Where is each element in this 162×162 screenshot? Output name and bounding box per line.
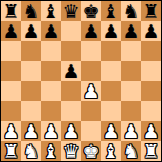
white-pawn[interactable]: ♟ xyxy=(61,121,81,141)
square-c5[interactable] xyxy=(41,61,61,81)
white-king[interactable]: ♚ xyxy=(81,141,101,161)
square-g7[interactable]: ♟ xyxy=(121,21,141,41)
square-a1[interactable]: ♜ xyxy=(1,141,21,161)
square-h4[interactable] xyxy=(141,81,161,101)
square-e6[interactable] xyxy=(81,41,101,61)
square-b7[interactable]: ♟ xyxy=(21,21,41,41)
square-b3[interactable] xyxy=(21,101,41,121)
square-e4[interactable]: ♟ xyxy=(81,81,101,101)
square-f4[interactable] xyxy=(101,81,121,101)
black-queen[interactable]: ♛ xyxy=(61,1,81,21)
square-h6[interactable] xyxy=(141,41,161,61)
square-f1[interactable]: ♝ xyxy=(101,141,121,161)
square-d7[interactable] xyxy=(61,21,81,41)
square-h1[interactable]: ♜ xyxy=(141,141,161,161)
square-d3[interactable] xyxy=(61,101,81,121)
square-e5[interactable] xyxy=(81,61,101,81)
white-pawn[interactable]: ♟ xyxy=(121,121,141,141)
square-c3[interactable] xyxy=(41,101,61,121)
square-g8[interactable]: ♞ xyxy=(121,1,141,21)
square-c6[interactable] xyxy=(41,41,61,61)
square-a7[interactable]: ♟ xyxy=(1,21,21,41)
white-knight[interactable]: ♞ xyxy=(21,141,41,161)
white-rook[interactable]: ♜ xyxy=(141,141,161,161)
square-a4[interactable] xyxy=(1,81,21,101)
black-knight[interactable]: ♞ xyxy=(121,1,141,21)
white-pawn[interactable]: ♟ xyxy=(21,121,41,141)
square-b4[interactable] xyxy=(21,81,41,101)
white-pawn[interactable]: ♟ xyxy=(141,121,161,141)
square-h7[interactable]: ♟ xyxy=(141,21,161,41)
black-rook[interactable]: ♜ xyxy=(1,1,21,21)
square-f5[interactable] xyxy=(101,61,121,81)
chess-board: ♜♞♝♛♚♝♞♜♟♟♟♟♟♟♟♟♟♟♟♟♟♟♟♟♜♞♝♛♚♝♞♜ xyxy=(0,0,162,162)
square-f6[interactable] xyxy=(101,41,121,61)
square-b5[interactable] xyxy=(21,61,41,81)
square-d2[interactable]: ♟ xyxy=(61,121,81,141)
white-bishop[interactable]: ♝ xyxy=(101,141,121,161)
white-queen[interactable]: ♛ xyxy=(61,141,81,161)
square-a3[interactable] xyxy=(1,101,21,121)
square-f2[interactable]: ♟ xyxy=(101,121,121,141)
square-c2[interactable]: ♟ xyxy=(41,121,61,141)
white-pawn[interactable]: ♟ xyxy=(81,81,101,101)
square-b1[interactable]: ♞ xyxy=(21,141,41,161)
square-e8[interactable]: ♚ xyxy=(81,1,101,21)
square-b2[interactable]: ♟ xyxy=(21,121,41,141)
square-g2[interactable]: ♟ xyxy=(121,121,141,141)
square-h5[interactable] xyxy=(141,61,161,81)
square-e2[interactable] xyxy=(81,121,101,141)
square-f3[interactable] xyxy=(101,101,121,121)
square-b6[interactable] xyxy=(21,41,41,61)
white-pawn[interactable]: ♟ xyxy=(41,121,61,141)
square-d4[interactable] xyxy=(61,81,81,101)
square-e1[interactable]: ♚ xyxy=(81,141,101,161)
square-d5[interactable]: ♟ xyxy=(61,61,81,81)
square-b8[interactable]: ♞ xyxy=(21,1,41,21)
square-h3[interactable] xyxy=(141,101,161,121)
square-d6[interactable] xyxy=(61,41,81,61)
square-e3[interactable] xyxy=(81,101,101,121)
square-a5[interactable] xyxy=(1,61,21,81)
black-rook[interactable]: ♜ xyxy=(141,1,161,21)
square-e7[interactable]: ♟ xyxy=(81,21,101,41)
square-d8[interactable]: ♛ xyxy=(61,1,81,21)
square-g3[interactable] xyxy=(121,101,141,121)
square-c8[interactable]: ♝ xyxy=(41,1,61,21)
black-pawn[interactable]: ♟ xyxy=(81,21,101,41)
square-h8[interactable]: ♜ xyxy=(141,1,161,21)
white-pawn[interactable]: ♟ xyxy=(101,121,121,141)
black-pawn[interactable]: ♟ xyxy=(121,21,141,41)
square-f8[interactable]: ♝ xyxy=(101,1,121,21)
square-a2[interactable]: ♟ xyxy=(1,121,21,141)
square-a6[interactable] xyxy=(1,41,21,61)
black-king[interactable]: ♚ xyxy=(81,1,101,21)
black-bishop[interactable]: ♝ xyxy=(101,1,121,21)
square-a8[interactable]: ♜ xyxy=(1,1,21,21)
black-knight[interactable]: ♞ xyxy=(21,1,41,21)
black-bishop[interactable]: ♝ xyxy=(41,1,61,21)
square-d1[interactable]: ♛ xyxy=(61,141,81,161)
white-rook[interactable]: ♜ xyxy=(1,141,21,161)
square-g6[interactable] xyxy=(121,41,141,61)
black-pawn[interactable]: ♟ xyxy=(141,21,161,41)
black-pawn[interactable]: ♟ xyxy=(101,21,121,41)
white-knight[interactable]: ♞ xyxy=(121,141,141,161)
square-g5[interactable] xyxy=(121,61,141,81)
square-c1[interactable]: ♝ xyxy=(41,141,61,161)
square-g1[interactable]: ♞ xyxy=(121,141,141,161)
black-pawn[interactable]: ♟ xyxy=(1,21,21,41)
black-pawn[interactable]: ♟ xyxy=(21,21,41,41)
square-c4[interactable] xyxy=(41,81,61,101)
square-f7[interactable]: ♟ xyxy=(101,21,121,41)
white-bishop[interactable]: ♝ xyxy=(41,141,61,161)
square-c7[interactable]: ♟ xyxy=(41,21,61,41)
square-h2[interactable]: ♟ xyxy=(141,121,161,141)
white-pawn[interactable]: ♟ xyxy=(1,121,21,141)
black-pawn[interactable]: ♟ xyxy=(41,21,61,41)
black-pawn[interactable]: ♟ xyxy=(61,61,81,81)
square-g4[interactable] xyxy=(121,81,141,101)
